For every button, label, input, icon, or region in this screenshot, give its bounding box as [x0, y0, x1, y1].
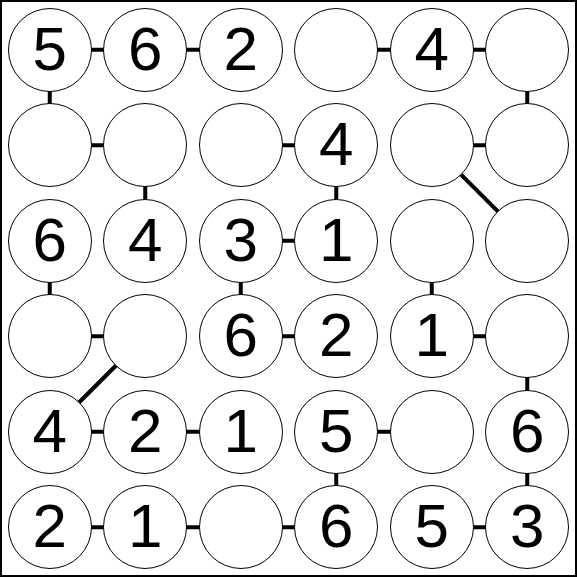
- circle-r6c6[interactable]: 3: [485, 485, 569, 569]
- given-digit: 6: [33, 209, 67, 271]
- cell-r3c5: [384, 193, 480, 289]
- strimko-board: 5624464316214215621653: [0, 0, 577, 577]
- circle-r6c2[interactable]: 1: [103, 485, 187, 569]
- circle-r3c6[interactable]: [485, 199, 569, 283]
- circle-r5c2[interactable]: 2: [103, 390, 187, 474]
- given-digit: 2: [128, 400, 162, 462]
- given-digit: 4: [415, 18, 449, 80]
- cell-r4c3: 6: [193, 289, 289, 385]
- cell-r3c1: 6: [2, 193, 98, 289]
- circle-r2c3[interactable]: [199, 103, 283, 187]
- circle-r1c5[interactable]: 4: [390, 8, 474, 92]
- given-digit: 1: [128, 495, 162, 557]
- cell-r1c3: 2: [193, 2, 289, 98]
- given-digit: 6: [319, 495, 353, 557]
- cell-r6c4: 6: [289, 480, 385, 576]
- given-digit: 4: [33, 400, 67, 462]
- cell-r2c4: 4: [289, 98, 385, 194]
- circle-r5c1[interactable]: 4: [8, 390, 92, 474]
- circle-r2c1[interactable]: [8, 103, 92, 187]
- cell-r3c6: [480, 193, 576, 289]
- cell-r4c2: [98, 289, 194, 385]
- given-digit: 3: [224, 209, 258, 271]
- circle-r1c4[interactable]: [294, 8, 378, 92]
- given-digit: 2: [224, 18, 258, 80]
- cell-r3c3: 3: [193, 193, 289, 289]
- circle-r1c2[interactable]: 6: [103, 8, 187, 92]
- cell-r6c1: 2: [2, 480, 98, 576]
- cell-r5c3: 1: [193, 384, 289, 480]
- given-digit: 5: [319, 400, 353, 462]
- given-digit: 3: [510, 495, 544, 557]
- cell-r5c4: 5: [289, 384, 385, 480]
- cell-r6c5: 5: [384, 480, 480, 576]
- cell-r4c5: 1: [384, 289, 480, 385]
- circle-r6c5[interactable]: 5: [390, 485, 474, 569]
- cell-r1c2: 6: [98, 2, 194, 98]
- cell-r5c5: [384, 384, 480, 480]
- cell-r4c6: [480, 289, 576, 385]
- given-digit: 1: [319, 209, 353, 271]
- cell-r6c6: 3: [480, 480, 576, 576]
- circle-r5c6[interactable]: 6: [485, 390, 569, 474]
- cell-r1c1: 5: [2, 2, 98, 98]
- cell-r2c3: [193, 98, 289, 194]
- given-digit: 1: [415, 304, 449, 366]
- cell-r3c4: 1: [289, 193, 385, 289]
- given-digit: 6: [510, 400, 544, 462]
- circle-r3c4[interactable]: 1: [294, 199, 378, 283]
- cell-r3c2: 4: [98, 193, 194, 289]
- given-digit: 5: [415, 495, 449, 557]
- cell-r1c4: [289, 2, 385, 98]
- circle-r4c5[interactable]: 1: [390, 294, 474, 378]
- cell-r5c2: 2: [98, 384, 194, 480]
- given-digit: 6: [224, 304, 258, 366]
- circle-grid: 5624464316214215621653: [2, 2, 575, 575]
- cell-r4c1: [2, 289, 98, 385]
- given-digit: 2: [319, 304, 353, 366]
- circle-r6c4[interactable]: 6: [294, 485, 378, 569]
- circle-r4c1[interactable]: [8, 294, 92, 378]
- cell-r5c1: 4: [2, 384, 98, 480]
- circle-r4c4[interactable]: 2: [294, 294, 378, 378]
- cell-r2c2: [98, 98, 194, 194]
- circle-r2c6[interactable]: [485, 103, 569, 187]
- cell-r2c6: [480, 98, 576, 194]
- given-digit: 1: [224, 400, 258, 462]
- circle-r1c1[interactable]: 5: [8, 8, 92, 92]
- cell-r4c4: 2: [289, 289, 385, 385]
- circle-r2c4[interactable]: 4: [294, 103, 378, 187]
- cell-r1c6: [480, 2, 576, 98]
- given-digit: 2: [33, 495, 67, 557]
- cell-r6c3: [193, 480, 289, 576]
- given-digit: 5: [33, 18, 67, 80]
- circle-r4c3[interactable]: 6: [199, 294, 283, 378]
- circle-r1c6[interactable]: [485, 8, 569, 92]
- circle-r3c1[interactable]: 6: [8, 199, 92, 283]
- circle-r3c5[interactable]: [390, 199, 474, 283]
- given-digit: 6: [128, 18, 162, 80]
- circle-r5c3[interactable]: 1: [199, 390, 283, 474]
- given-digit: 4: [128, 209, 162, 271]
- circle-r3c2[interactable]: 4: [103, 199, 187, 283]
- circle-r6c3[interactable]: [199, 485, 283, 569]
- cell-r1c5: 4: [384, 2, 480, 98]
- cell-r5c6: 6: [480, 384, 576, 480]
- cell-r6c2: 1: [98, 480, 194, 576]
- circle-r5c4[interactable]: 5: [294, 390, 378, 474]
- circle-r4c6[interactable]: [485, 294, 569, 378]
- circle-r2c5[interactable]: [390, 103, 474, 187]
- circle-r2c2[interactable]: [103, 103, 187, 187]
- cell-r2c1: [2, 98, 98, 194]
- circle-r5c5[interactable]: [390, 390, 474, 474]
- cell-r2c5: [384, 98, 480, 194]
- circle-r4c2[interactable]: [103, 294, 187, 378]
- circle-r6c1[interactable]: 2: [8, 485, 92, 569]
- given-digit: 4: [319, 113, 353, 175]
- circle-r3c3[interactable]: 3: [199, 199, 283, 283]
- circle-r1c3[interactable]: 2: [199, 8, 283, 92]
